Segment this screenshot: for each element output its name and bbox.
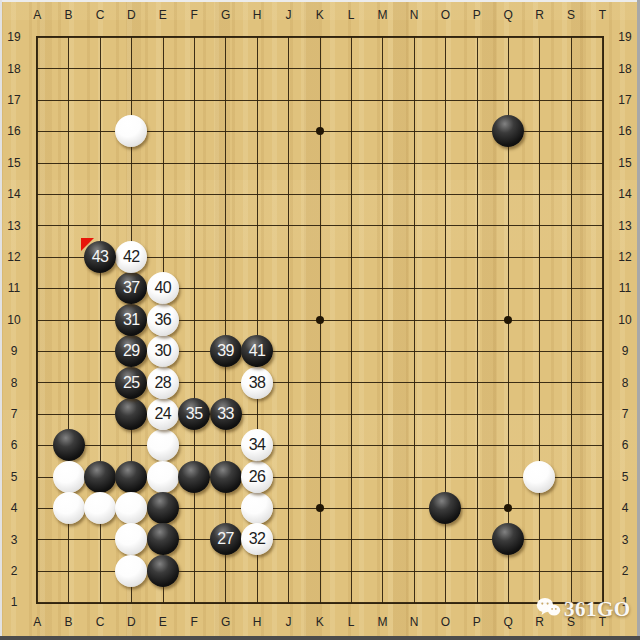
row-label: 3: [612, 533, 638, 547]
white-stone: [241, 492, 273, 524]
column-label: A: [27, 8, 47, 22]
white-stone: [84, 492, 116, 524]
black-stone: 33: [210, 398, 242, 430]
row-label: 15: [1, 156, 27, 170]
row-label: 17: [612, 93, 638, 107]
row-label: 8: [1, 376, 27, 390]
row-label: 3: [1, 533, 27, 547]
white-stone: [115, 492, 147, 524]
column-label: L: [341, 8, 361, 22]
row-label: 19: [1, 30, 27, 44]
row-label: 16: [1, 124, 27, 138]
row-label: 7: [1, 407, 27, 421]
white-stone: [115, 523, 147, 555]
white-stone: 28: [147, 367, 179, 399]
row-label: 5: [612, 470, 638, 484]
star-point: [316, 316, 324, 324]
column-label: T: [592, 8, 612, 22]
frame-left: [0, 0, 2, 640]
row-label: 2: [612, 564, 638, 578]
black-stone: 31: [115, 304, 147, 336]
column-label: H: [247, 8, 267, 22]
go-board-grid: 2425262728293031323334353637383940414243: [22, 22, 619, 619]
white-stone: [147, 461, 179, 493]
white-stone: [147, 429, 179, 461]
black-stone: [429, 492, 461, 524]
move-number: 40: [154, 280, 171, 296]
move-number: 42: [123, 249, 140, 265]
row-label: 2: [1, 564, 27, 578]
move-number: 29: [123, 343, 140, 359]
black-stone: [147, 492, 179, 524]
column-label: Q: [498, 615, 518, 629]
column-label: R: [530, 8, 550, 22]
column-label: J: [278, 8, 298, 22]
column-label: K: [310, 8, 330, 22]
column-label: G: [216, 8, 236, 22]
column-label: A: [27, 615, 47, 629]
move-number: 33: [217, 406, 234, 422]
row-label: 10: [1, 313, 27, 327]
star-point: [316, 127, 324, 135]
black-stone: 25: [115, 367, 147, 399]
go-board-diagram: 2425262728293031323334353637383940414243…: [0, 0, 640, 640]
black-stone: 27: [210, 523, 242, 555]
move-number: 25: [123, 375, 140, 391]
move-number: 34: [249, 437, 266, 453]
wechat-icon: [536, 597, 561, 622]
white-stone: [53, 492, 85, 524]
move-number: 27: [217, 531, 234, 547]
move-number: 38: [249, 375, 266, 391]
move-number: 30: [154, 343, 171, 359]
column-label: E: [153, 8, 173, 22]
watermark-text: 361GO: [564, 597, 631, 622]
star-point: [504, 316, 512, 324]
column-label: F: [184, 615, 204, 629]
black-stone: 29: [115, 335, 147, 367]
move-number: 24: [154, 406, 171, 422]
column-label: B: [59, 8, 79, 22]
white-stone: 32: [241, 523, 273, 555]
black-stone: 35: [178, 398, 210, 430]
column-label: N: [404, 8, 424, 22]
column-label: M: [373, 8, 393, 22]
move-number: 35: [186, 406, 203, 422]
column-label: J: [278, 615, 298, 629]
row-label: 14: [1, 187, 27, 201]
white-stone: 24: [147, 398, 179, 430]
white-stone: [523, 461, 555, 493]
black-stone: [147, 555, 179, 587]
row-label: 6: [612, 438, 638, 452]
column-label: K: [310, 615, 330, 629]
move-number: 39: [217, 343, 234, 359]
move-number: 32: [249, 531, 266, 547]
column-label: N: [404, 615, 424, 629]
move-number: 43: [92, 249, 109, 265]
move-number: 28: [154, 375, 171, 391]
column-label: P: [467, 615, 487, 629]
column-label: D: [121, 8, 141, 22]
column-label: D: [121, 615, 141, 629]
row-label: 10: [612, 313, 638, 327]
column-label: H: [247, 615, 267, 629]
black-stone: 41: [241, 335, 273, 367]
white-stone: [53, 461, 85, 493]
white-stone: 38: [241, 367, 273, 399]
column-label: L: [341, 615, 361, 629]
white-stone: 26: [241, 461, 273, 493]
watermark: 361GO: [536, 597, 631, 622]
row-label: 14: [612, 187, 638, 201]
column-label: G: [216, 615, 236, 629]
star-point: [504, 504, 512, 512]
move-number: 41: [249, 343, 266, 359]
white-stone: [115, 115, 147, 147]
column-label: O: [435, 8, 455, 22]
row-label: 19: [612, 30, 638, 44]
row-label: 5: [1, 470, 27, 484]
row-label: 11: [1, 281, 27, 295]
column-label: B: [59, 615, 79, 629]
black-stone: [147, 523, 179, 555]
row-label: 15: [612, 156, 638, 170]
column-label: M: [373, 615, 393, 629]
row-label: 17: [1, 93, 27, 107]
column-label: S: [561, 8, 581, 22]
row-label: 1: [1, 595, 27, 609]
column-label: Q: [498, 8, 518, 22]
row-label: 13: [1, 219, 27, 233]
black-stone: [210, 461, 242, 493]
black-stone: [178, 461, 210, 493]
frame-top: [0, 0, 640, 2]
black-stone: [115, 461, 147, 493]
row-label: 6: [1, 438, 27, 452]
move-number: 31: [123, 312, 140, 328]
column-label: E: [153, 615, 173, 629]
row-label: 12: [1, 250, 27, 264]
row-label: 11: [612, 281, 638, 295]
black-stone: [492, 115, 524, 147]
white-stone: 34: [241, 429, 273, 461]
white-stone: [115, 555, 147, 587]
column-label: P: [467, 8, 487, 22]
row-label: 13: [612, 219, 638, 233]
black-stone: [115, 398, 147, 430]
column-label: F: [184, 8, 204, 22]
black-stone: [492, 523, 524, 555]
black-stone: 39: [210, 335, 242, 367]
move-number: 37: [123, 280, 140, 296]
black-stone: [84, 461, 116, 493]
column-label: C: [90, 615, 110, 629]
row-label: 4: [1, 501, 27, 515]
row-label: 18: [612, 62, 638, 76]
row-label: 4: [612, 501, 638, 515]
move-number: 36: [154, 312, 171, 328]
row-label: 9: [612, 344, 638, 358]
white-stone: 30: [147, 335, 179, 367]
row-label: 18: [1, 62, 27, 76]
column-label: O: [435, 615, 455, 629]
star-point: [316, 504, 324, 512]
white-stone: 42: [115, 241, 147, 273]
black-stone: 43: [84, 241, 116, 273]
row-label: 16: [612, 124, 638, 138]
row-label: 8: [612, 376, 638, 390]
row-label: 9: [1, 344, 27, 358]
row-label: 7: [612, 407, 638, 421]
column-label: C: [90, 8, 110, 22]
white-stone: 40: [147, 272, 179, 304]
black-stone: 37: [115, 272, 147, 304]
last-move-marker: [81, 238, 94, 251]
white-stone: 36: [147, 304, 179, 336]
move-number: 26: [249, 469, 266, 485]
black-stone: [53, 429, 85, 461]
frame-bottom: [0, 636, 640, 640]
row-label: 12: [612, 250, 638, 264]
